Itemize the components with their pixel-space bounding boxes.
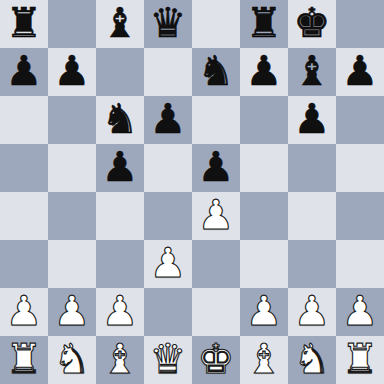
square-e8[interactable] (192, 0, 240, 48)
piece-black-pawn[interactable]: ♟ (102, 144, 139, 191)
piece-black-pawn[interactable]: ♟ (198, 144, 235, 191)
piece-white-pawn[interactable]: ♟ (342, 288, 379, 335)
square-h8[interactable] (336, 0, 384, 48)
piece-black-king[interactable]: ♚ (294, 0, 331, 47)
piece-white-pawn[interactable]: ♟ (102, 288, 139, 335)
square-e3[interactable] (192, 240, 240, 288)
square-c8[interactable]: ♝ (96, 0, 144, 48)
square-b6[interactable] (48, 96, 96, 144)
square-d5[interactable] (144, 144, 192, 192)
square-c7[interactable] (96, 48, 144, 96)
piece-white-knight[interactable]: ♞ (294, 336, 331, 383)
piece-white-bishop[interactable]: ♝ (102, 336, 139, 383)
square-a4[interactable] (0, 192, 48, 240)
square-g6[interactable]: ♟ (288, 96, 336, 144)
piece-white-pawn[interactable]: ♟ (198, 192, 235, 239)
square-f5[interactable] (240, 144, 288, 192)
piece-black-bishop[interactable]: ♝ (102, 0, 139, 47)
square-h6[interactable] (336, 96, 384, 144)
piece-black-knight[interactable]: ♞ (198, 48, 235, 95)
square-f4[interactable] (240, 192, 288, 240)
square-h2[interactable]: ♟ (336, 288, 384, 336)
piece-white-pawn[interactable]: ♟ (54, 288, 91, 335)
square-c5[interactable]: ♟ (96, 144, 144, 192)
piece-white-king[interactable]: ♚ (198, 336, 235, 383)
square-e4[interactable]: ♟ (192, 192, 240, 240)
square-h5[interactable] (336, 144, 384, 192)
square-c4[interactable] (96, 192, 144, 240)
piece-black-pawn[interactable]: ♟ (342, 48, 379, 95)
square-f6[interactable] (240, 96, 288, 144)
square-d8[interactable]: ♛ (144, 0, 192, 48)
square-g8[interactable]: ♚ (288, 0, 336, 48)
square-c2[interactable]: ♟ (96, 288, 144, 336)
piece-white-queen[interactable]: ♛ (150, 336, 187, 383)
square-f8[interactable]: ♜ (240, 0, 288, 48)
square-b4[interactable] (48, 192, 96, 240)
square-h1[interactable]: ♜ (336, 336, 384, 384)
piece-black-knight[interactable]: ♞ (102, 96, 139, 143)
square-a1[interactable]: ♜ (0, 336, 48, 384)
square-c6[interactable]: ♞ (96, 96, 144, 144)
square-e2[interactable] (192, 288, 240, 336)
square-g5[interactable] (288, 144, 336, 192)
square-a8[interactable]: ♜ (0, 0, 48, 48)
square-a5[interactable] (0, 144, 48, 192)
square-b8[interactable] (48, 0, 96, 48)
square-c1[interactable]: ♝ (96, 336, 144, 384)
square-f3[interactable] (240, 240, 288, 288)
square-b2[interactable]: ♟ (48, 288, 96, 336)
piece-white-pawn[interactable]: ♟ (6, 288, 43, 335)
square-e1[interactable]: ♚ (192, 336, 240, 384)
piece-black-pawn[interactable]: ♟ (150, 96, 187, 143)
square-d2[interactable] (144, 288, 192, 336)
piece-black-rook[interactable]: ♜ (246, 0, 283, 47)
piece-black-pawn[interactable]: ♟ (54, 48, 91, 95)
square-a2[interactable]: ♟ (0, 288, 48, 336)
square-a6[interactable] (0, 96, 48, 144)
square-e6[interactable] (192, 96, 240, 144)
piece-white-bishop[interactable]: ♝ (246, 336, 283, 383)
piece-white-knight[interactable]: ♞ (54, 336, 91, 383)
square-g3[interactable] (288, 240, 336, 288)
piece-white-rook[interactable]: ♜ (342, 336, 379, 383)
square-d7[interactable] (144, 48, 192, 96)
piece-white-rook[interactable]: ♜ (6, 336, 43, 383)
piece-white-pawn[interactable]: ♟ (150, 240, 187, 287)
square-f2[interactable]: ♟ (240, 288, 288, 336)
square-f7[interactable]: ♟ (240, 48, 288, 96)
square-h4[interactable] (336, 192, 384, 240)
piece-white-pawn[interactable]: ♟ (294, 288, 331, 335)
square-g2[interactable]: ♟ (288, 288, 336, 336)
square-d6[interactable]: ♟ (144, 96, 192, 144)
piece-black-queen[interactable]: ♛ (150, 0, 187, 47)
square-c3[interactable] (96, 240, 144, 288)
square-b1[interactable]: ♞ (48, 336, 96, 384)
piece-black-pawn[interactable]: ♟ (246, 48, 283, 95)
square-f1[interactable]: ♝ (240, 336, 288, 384)
square-b5[interactable] (48, 144, 96, 192)
square-g7[interactable]: ♝ (288, 48, 336, 96)
square-d1[interactable]: ♛ (144, 336, 192, 384)
square-b7[interactable]: ♟ (48, 48, 96, 96)
square-a3[interactable] (0, 240, 48, 288)
square-h7[interactable]: ♟ (336, 48, 384, 96)
square-e7[interactable]: ♞ (192, 48, 240, 96)
square-d4[interactable] (144, 192, 192, 240)
square-b3[interactable] (48, 240, 96, 288)
square-e5[interactable]: ♟ (192, 144, 240, 192)
square-h3[interactable] (336, 240, 384, 288)
piece-black-pawn[interactable]: ♟ (6, 48, 43, 95)
square-a7[interactable]: ♟ (0, 48, 48, 96)
square-g1[interactable]: ♞ (288, 336, 336, 384)
piece-black-bishop[interactable]: ♝ (294, 48, 331, 95)
square-g4[interactable] (288, 192, 336, 240)
square-d3[interactable]: ♟ (144, 240, 192, 288)
piece-black-pawn[interactable]: ♟ (294, 96, 331, 143)
piece-white-pawn[interactable]: ♟ (246, 288, 283, 335)
chess-board: ♜♝♛♜♚♟♟♞♟♝♟♞♟♟♟♟♟♟♟♟♟♟♟♟♜♞♝♛♚♝♞♜ (0, 0, 384, 384)
piece-black-rook[interactable]: ♜ (6, 0, 43, 47)
